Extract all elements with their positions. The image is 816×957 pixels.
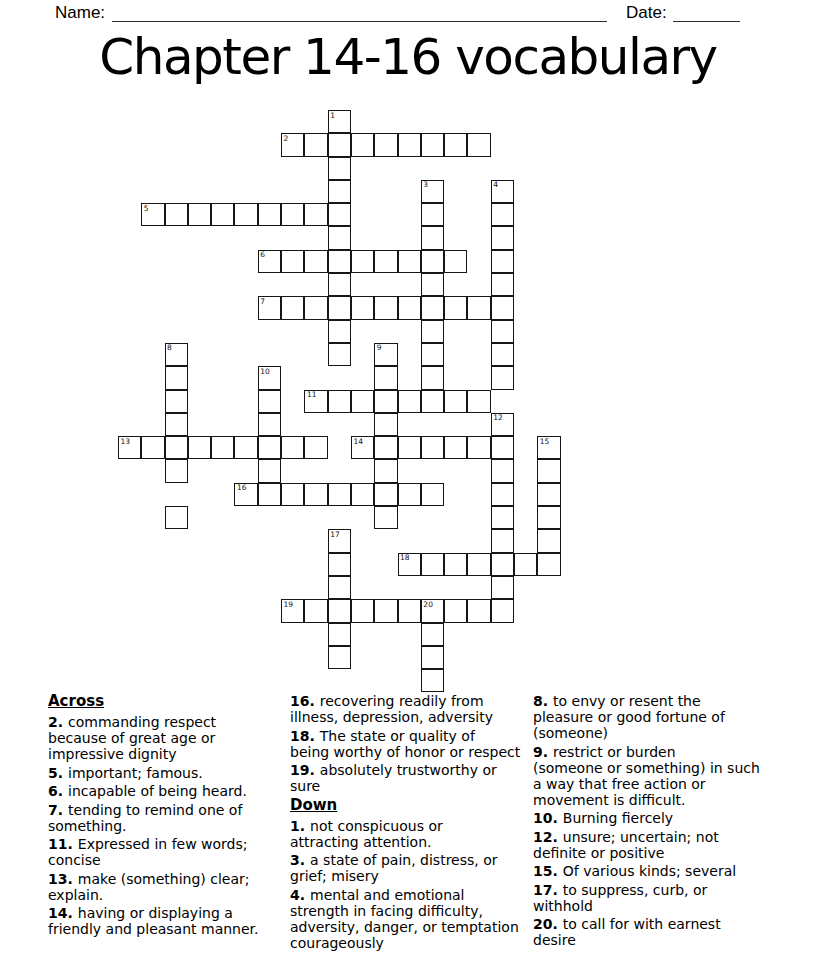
grid-cell[interactable] [351, 483, 374, 506]
grid-cell[interactable] [537, 529, 560, 552]
grid-cell[interactable] [374, 296, 397, 319]
grid-cell[interactable] [328, 483, 351, 506]
grid-cell[interactable]: 10 [258, 366, 281, 389]
blocked-cell [351, 553, 374, 576]
grid-cell[interactable]: 17 [328, 529, 351, 552]
blocked-cell [304, 110, 327, 133]
blocked-cell [514, 320, 537, 343]
blocked-cell [141, 226, 164, 249]
grid-cell[interactable] [491, 436, 514, 459]
blocked-cell [165, 599, 188, 622]
grid-cell[interactable] [491, 250, 514, 273]
grid-cell[interactable] [444, 390, 467, 413]
blocked-cell [537, 250, 560, 273]
grid-cell[interactable] [188, 436, 211, 459]
grid-cell[interactable] [491, 343, 514, 366]
cell-clue-number: 14 [353, 438, 363, 446]
blocked-cell [398, 529, 421, 552]
grid-cell[interactable] [304, 250, 327, 273]
grid-cell[interactable] [421, 343, 444, 366]
grid-cell[interactable] [328, 226, 351, 249]
grid-cell[interactable] [351, 599, 374, 622]
blocked-cell [467, 366, 490, 389]
grid-cell[interactable] [328, 343, 351, 366]
blocked-cell [188, 343, 211, 366]
blocked-cell [234, 646, 257, 669]
grid-cell[interactable] [398, 483, 421, 506]
blocked-cell [537, 226, 560, 249]
grid-cell[interactable] [537, 459, 560, 482]
grid-cell[interactable]: 20 [421, 599, 444, 622]
blocked-cell [118, 203, 141, 226]
blocked-cell [398, 110, 421, 133]
grid-cell[interactable] [304, 203, 327, 226]
grid-cell[interactable] [491, 599, 514, 622]
blocked-cell [537, 599, 560, 622]
blocked-cell [234, 250, 257, 273]
blocked-cell [537, 320, 560, 343]
grid-cell[interactable]: 4 [491, 180, 514, 203]
blocked-cell [514, 623, 537, 646]
blocked-cell [514, 203, 537, 226]
grid-cell[interactable] [398, 133, 421, 156]
grid-cell[interactable] [421, 203, 444, 226]
blocked-cell [374, 273, 397, 296]
blocked-cell [537, 273, 560, 296]
grid-cell[interactable] [421, 436, 444, 459]
grid-cell[interactable] [328, 203, 351, 226]
grid-cell[interactable] [374, 599, 397, 622]
grid-cell[interactable] [328, 646, 351, 669]
grid-cell[interactable] [328, 250, 351, 273]
blocked-cell [491, 623, 514, 646]
blocked-cell [467, 203, 490, 226]
grid-cell[interactable] [165, 203, 188, 226]
blocked-cell [118, 413, 141, 436]
blocked-cell [141, 599, 164, 622]
grid-cell[interactable] [374, 390, 397, 413]
grid-cell[interactable] [328, 133, 351, 156]
blocked-cell [351, 110, 374, 133]
clue: 7.tending to remind one of something. [48, 802, 288, 834]
grid-cell[interactable] [467, 390, 490, 413]
clue-text: tending to remind one of something. [48, 802, 242, 834]
blocked-cell [351, 320, 374, 343]
blocked-cell [234, 413, 257, 436]
clue: 16.recovering readily from illness, depr… [290, 693, 535, 725]
grid-cell[interactable] [374, 366, 397, 389]
grid-cell[interactable] [351, 133, 374, 156]
grid-cell[interactable] [328, 599, 351, 622]
cell-clue-number: 16 [237, 484, 247, 492]
clue: 12.unsure; uncertain; not definite or po… [533, 829, 785, 861]
clue-number-label: 6. [48, 783, 63, 799]
grid-cell[interactable] [328, 553, 351, 576]
blocked-cell [304, 413, 327, 436]
blocked-cell [141, 296, 164, 319]
blocked-cell [374, 320, 397, 343]
blocked-cell [234, 459, 257, 482]
blocked-cell [537, 296, 560, 319]
blocked-cell [118, 646, 141, 669]
grid-cell[interactable] [491, 459, 514, 482]
blocked-cell [514, 226, 537, 249]
clue-number-label: 9. [533, 744, 548, 760]
grid-cell[interactable]: 3 [421, 180, 444, 203]
blocked-cell [188, 623, 211, 646]
grid-cell[interactable] [421, 483, 444, 506]
grid-cell[interactable] [421, 133, 444, 156]
cell-clue-number: 17 [330, 531, 340, 539]
grid-cell[interactable] [211, 436, 234, 459]
blocked-cell [537, 157, 560, 180]
blocked-cell [537, 623, 560, 646]
clue: 1.not conspicuous or attracting attentio… [290, 818, 535, 850]
name-label: Name: [55, 3, 105, 23]
grid-cell[interactable] [328, 296, 351, 319]
grid-cell[interactable] [281, 203, 304, 226]
blocked-cell [281, 180, 304, 203]
blocked-cell [188, 110, 211, 133]
grid-cell[interactable]: 11 [304, 390, 327, 413]
grid-cell[interactable] [165, 506, 188, 529]
grid-cell[interactable] [374, 459, 397, 482]
blocked-cell [281, 459, 304, 482]
blocked-cell [281, 669, 304, 692]
blocked-cell [351, 623, 374, 646]
clue: 10.Burning fiercely [533, 810, 785, 826]
blocked-cell [351, 366, 374, 389]
clue-number-label: 8. [533, 693, 548, 709]
clue-text: to call for with earnest desire [533, 916, 721, 948]
clue-text: recovering readily from illness, depress… [290, 693, 493, 725]
blocked-cell [188, 529, 211, 552]
grid-cell[interactable] [328, 390, 351, 413]
blocked-cell [537, 669, 560, 692]
grid-cell[interactable] [258, 459, 281, 482]
blocked-cell [211, 273, 234, 296]
blocked-cell [374, 623, 397, 646]
grid-cell[interactable] [281, 296, 304, 319]
grid-cell[interactable] [444, 599, 467, 622]
clue-text: a state of pain, distress, or grief; mis… [290, 852, 498, 884]
grid-cell[interactable] [398, 599, 421, 622]
grid-cell[interactable] [467, 599, 490, 622]
grid-cell[interactable] [258, 436, 281, 459]
grid-cell[interactable]: 12 [491, 413, 514, 436]
blocked-cell [141, 273, 164, 296]
blocked-cell [118, 320, 141, 343]
clue: 4.mental and emotional strength in facin… [290, 887, 535, 951]
grid-cell[interactable] [165, 413, 188, 436]
blocked-cell [188, 413, 211, 436]
grid-cell[interactable] [328, 576, 351, 599]
blocked-cell [514, 436, 537, 459]
blocked-cell [537, 646, 560, 669]
grid-cell[interactable] [258, 390, 281, 413]
grid-cell[interactable] [444, 133, 467, 156]
clue: 15.Of various kinds; several [533, 863, 785, 879]
grid-cell[interactable] [491, 366, 514, 389]
blocked-cell [118, 483, 141, 506]
grid-cell[interactable] [467, 133, 490, 156]
blocked-cell [514, 366, 537, 389]
grid-cell[interactable] [328, 623, 351, 646]
blocked-cell [165, 669, 188, 692]
blocked-cell [258, 576, 281, 599]
grid-cell[interactable] [304, 296, 327, 319]
blocked-cell [234, 226, 257, 249]
grid-cell[interactable] [514, 553, 537, 576]
blocked-cell [444, 320, 467, 343]
grid-cell[interactable]: 13 [118, 436, 141, 459]
grid-cell[interactable] [421, 296, 444, 319]
grid-cell[interactable] [328, 157, 351, 180]
blocked-cell [281, 553, 304, 576]
blocked-cell [281, 623, 304, 646]
clue: 6.incapable of being heard. [48, 783, 288, 799]
grid-cell[interactable] [281, 483, 304, 506]
grid-cell[interactable] [444, 436, 467, 459]
grid-cell[interactable] [491, 296, 514, 319]
blocked-cell [165, 483, 188, 506]
blocked-cell [351, 226, 374, 249]
grid-cell[interactable]: 1 [328, 110, 351, 133]
date-write-line[interactable] [673, 0, 740, 22]
grid-cell[interactable] [491, 506, 514, 529]
blocked-cell [304, 226, 327, 249]
grid-cell[interactable] [188, 203, 211, 226]
cell-clue-number: 20 [423, 601, 433, 609]
blocked-cell [374, 203, 397, 226]
blocked-cell [444, 413, 467, 436]
blocked-cell [165, 250, 188, 273]
blocked-cell [281, 506, 304, 529]
grid-cell[interactable] [421, 320, 444, 343]
grid-cell[interactable] [211, 203, 234, 226]
blocked-cell [351, 529, 374, 552]
grid-cell[interactable] [374, 483, 397, 506]
grid-cell[interactable]: 14 [351, 436, 374, 459]
grid-cell[interactable] [491, 203, 514, 226]
grid-cell[interactable]: 2 [281, 133, 304, 156]
grid-cell[interactable]: 5 [141, 203, 164, 226]
grid-cell[interactable] [398, 390, 421, 413]
grid-cell[interactable] [374, 413, 397, 436]
grid-cell[interactable] [421, 226, 444, 249]
grid-cell[interactable] [444, 296, 467, 319]
grid-cell[interactable] [421, 553, 444, 576]
grid-cell[interactable] [351, 390, 374, 413]
cell-clue-number: 15 [540, 438, 550, 446]
blocked-cell [374, 553, 397, 576]
cell-clue-number: 1 [330, 112, 335, 120]
blocked-cell [141, 669, 164, 692]
clue-text: important; famous. [68, 765, 203, 781]
grid-cell[interactable] [491, 320, 514, 343]
clue-number-label: 19. [290, 762, 315, 778]
grid-cell[interactable] [165, 436, 188, 459]
grid-cell[interactable] [304, 436, 327, 459]
blocked-cell [141, 459, 164, 482]
blocked-cell [467, 623, 490, 646]
grid-cell[interactable]: 6 [258, 250, 281, 273]
grid-cell[interactable] [281, 250, 304, 273]
clue-number-label: 11. [48, 836, 73, 852]
blocked-cell [188, 506, 211, 529]
blocked-cell [351, 576, 374, 599]
blocked-cell [398, 343, 421, 366]
grid-cell[interactable] [234, 203, 257, 226]
grid-cell[interactable] [421, 669, 444, 692]
grid-cell[interactable] [444, 250, 467, 273]
grid-cell[interactable] [491, 483, 514, 506]
grid-cell[interactable] [467, 436, 490, 459]
blocked-cell [467, 646, 490, 669]
clue: 3.a state of pain, distress, or grief; m… [290, 852, 535, 884]
blocked-cell [281, 320, 304, 343]
grid-cell[interactable]: 19 [281, 599, 304, 622]
grid-cell[interactable] [374, 436, 397, 459]
grid-cell[interactable] [281, 436, 304, 459]
grid-cell[interactable] [537, 506, 560, 529]
grid-cell[interactable]: 9 [374, 343, 397, 366]
page-title: Chapter 14-16 vocabulary [0, 29, 816, 87]
grid-cell[interactable] [467, 296, 490, 319]
blocked-cell [188, 133, 211, 156]
blocked-cell [514, 483, 537, 506]
grid-cell[interactable] [398, 296, 421, 319]
grid-cell[interactable] [258, 203, 281, 226]
blocked-cell [165, 576, 188, 599]
grid-cell[interactable] [444, 553, 467, 576]
blocked-cell [141, 180, 164, 203]
grid-cell[interactable] [258, 413, 281, 436]
grid-cell[interactable] [374, 133, 397, 156]
clue: 5.important; famous. [48, 765, 288, 781]
grid-cell[interactable] [234, 436, 257, 459]
blocked-cell [328, 459, 351, 482]
grid-cell[interactable] [165, 390, 188, 413]
blocked-cell [304, 669, 327, 692]
blocked-cell [304, 343, 327, 366]
grid-cell[interactable] [398, 436, 421, 459]
blocked-cell [514, 110, 537, 133]
grid-cell[interactable] [328, 320, 351, 343]
grid-cell[interactable] [491, 529, 514, 552]
grid-cell[interactable] [304, 599, 327, 622]
blocked-cell [211, 296, 234, 319]
blocked-cell [118, 506, 141, 529]
grid-cell[interactable] [421, 623, 444, 646]
blocked-cell [211, 110, 234, 133]
grid-cell[interactable]: 18 [398, 553, 421, 576]
blocked-cell [537, 576, 560, 599]
clue-number-label: 16. [290, 693, 315, 709]
blocked-cell [304, 459, 327, 482]
grid-cell[interactable] [421, 366, 444, 389]
grid-cell[interactable]: 7 [258, 296, 281, 319]
blocked-cell [491, 133, 514, 156]
clue-number-label: 4. [290, 887, 305, 903]
clue-text: mental and emotional strength in facing … [290, 887, 519, 951]
grid-cell[interactable] [491, 273, 514, 296]
grid-cell[interactable] [421, 273, 444, 296]
name-write-line[interactable] [112, 0, 607, 22]
grid-cell[interactable] [258, 483, 281, 506]
grid-cell[interactable] [304, 483, 327, 506]
grid-cell[interactable] [374, 250, 397, 273]
grid-cell[interactable] [537, 483, 560, 506]
blocked-cell [374, 646, 397, 669]
grid-cell[interactable]: 8 [165, 343, 188, 366]
blocked-cell [188, 296, 211, 319]
blocked-cell [118, 599, 141, 622]
blocked-cell [118, 133, 141, 156]
grid-cell[interactable] [421, 646, 444, 669]
grid-cell[interactable] [491, 576, 514, 599]
grid-cell[interactable] [165, 366, 188, 389]
grid-cell[interactable] [141, 436, 164, 459]
grid-cell[interactable] [421, 390, 444, 413]
grid-cell[interactable]: 16 [234, 483, 257, 506]
blocked-cell [118, 273, 141, 296]
blocked-cell [211, 157, 234, 180]
grid-cell[interactable] [421, 250, 444, 273]
blocked-cell [234, 366, 257, 389]
blocked-cell [141, 529, 164, 552]
blocked-cell [211, 529, 234, 552]
grid-cell[interactable] [491, 226, 514, 249]
grid-cell[interactable] [374, 506, 397, 529]
blocked-cell [118, 250, 141, 273]
clue-number-label: 10. [533, 810, 558, 826]
grid-cell[interactable] [398, 250, 421, 273]
cell-clue-number: 10 [260, 368, 270, 376]
cell-clue-number: 3 [423, 181, 428, 189]
blocked-cell [444, 506, 467, 529]
grid-cell[interactable] [328, 273, 351, 296]
grid-cell[interactable]: 15 [537, 436, 560, 459]
cell-clue-number: 2 [284, 135, 289, 143]
blocked-cell [211, 623, 234, 646]
blocked-cell [211, 366, 234, 389]
blocked-cell [328, 413, 351, 436]
grid-cell[interactable] [351, 250, 374, 273]
blocked-cell [118, 669, 141, 692]
blocked-cell [118, 180, 141, 203]
cell-clue-number: 19 [284, 601, 294, 609]
clue-text: commanding respect because of great age … [48, 714, 216, 762]
blocked-cell [165, 180, 188, 203]
grid-cell[interactable] [328, 180, 351, 203]
grid-cell[interactable] [537, 553, 560, 576]
grid-cell[interactable] [351, 296, 374, 319]
grid-cell[interactable] [467, 553, 490, 576]
blocked-cell [118, 553, 141, 576]
blocked-cell [328, 366, 351, 389]
blocked-cell [398, 669, 421, 692]
blocked-cell [281, 273, 304, 296]
grid-cell[interactable] [165, 459, 188, 482]
blocked-cell [118, 576, 141, 599]
blocked-cell [304, 553, 327, 576]
blocked-cell [304, 366, 327, 389]
blocked-cell [351, 459, 374, 482]
grid-cell[interactable] [304, 133, 327, 156]
blocked-cell [118, 459, 141, 482]
grid-cell[interactable] [491, 553, 514, 576]
